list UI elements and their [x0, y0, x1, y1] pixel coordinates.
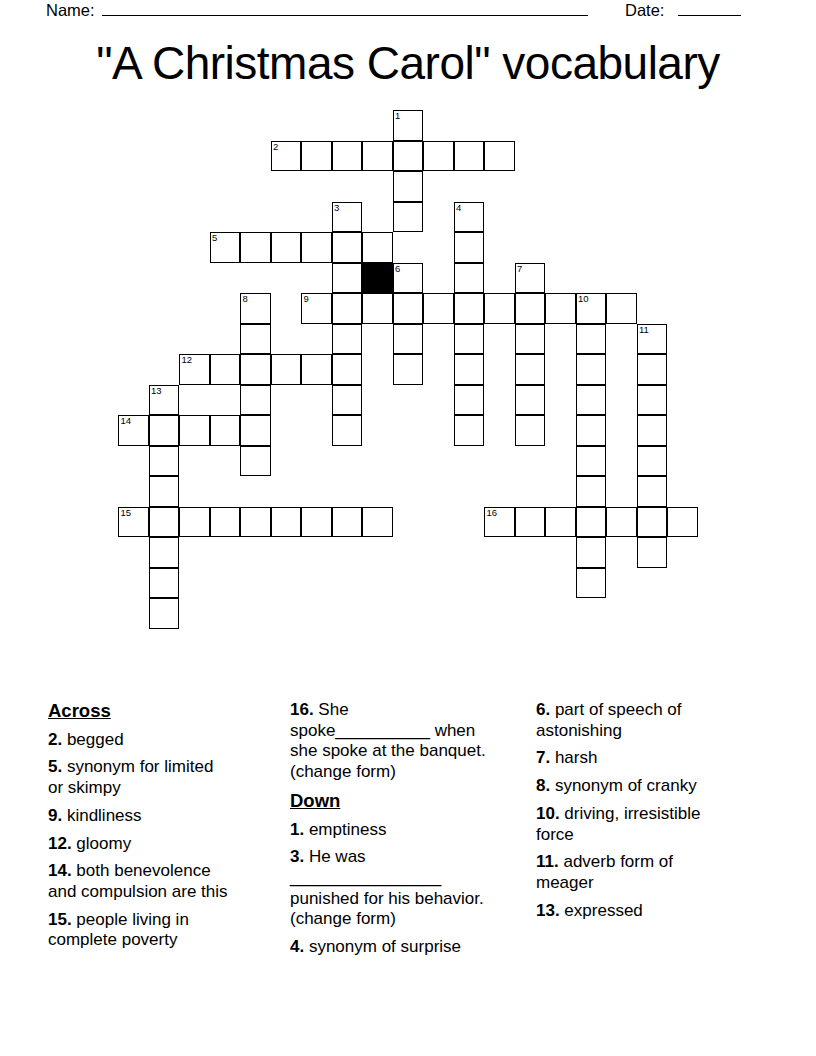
clue-text-down-3: He was ________________ punished for his… — [290, 847, 484, 928]
grid-cell-r6c14[interactable] — [545, 293, 576, 324]
grid-cell-r4c11[interactable] — [454, 232, 485, 263]
clue-label-down-6: 6. — [536, 700, 550, 719]
black-cell — [362, 263, 393, 294]
clue-down-10: 10. driving, irresistible force — [536, 804, 726, 845]
grid-cell-r5c9[interactable]: 6 — [393, 263, 424, 294]
grid-cell-r13c16[interactable] — [606, 507, 637, 538]
grid-cell-r8c2[interactable]: 12 — [179, 354, 210, 385]
grid-cell-r8c6[interactable] — [301, 354, 332, 385]
grid-cell-r1c8[interactable] — [362, 141, 393, 172]
clue-down-6: 6. part of speech of astonishing — [536, 700, 726, 741]
crossword-grid: 12345678910111213141516 — [118, 110, 698, 629]
clue-number-11: 11 — [639, 325, 649, 335]
clue-text-across-12: gloomy — [72, 834, 132, 853]
clue-down-4: 4. synonym of surprise — [290, 937, 490, 958]
clue-number-13: 13 — [151, 386, 162, 396]
grid-cell-r1c5[interactable]: 2 — [271, 141, 302, 172]
grid-cell-r1c6[interactable] — [301, 141, 332, 172]
grid-cell-r8c9[interactable] — [393, 354, 424, 385]
grid-cell-r10c17[interactable] — [637, 415, 668, 446]
clue-number-1: 1 — [395, 111, 400, 121]
clue-label-down-11: 11. — [536, 852, 559, 871]
clue-number-12: 12 — [182, 355, 193, 365]
clue-across-14: 14. both benevolence and compulsion are … — [48, 861, 232, 902]
grid-cell-r12c15[interactable] — [576, 476, 607, 507]
grid-cell-r6c12[interactable] — [484, 293, 515, 324]
clue-text-across-5: synonym for limited or skimpy — [48, 757, 213, 797]
grid-cell-r13c2[interactable] — [179, 507, 210, 538]
clue-label-across-12: 12. — [48, 834, 72, 853]
grid-cell-r7c17[interactable]: 11 — [637, 324, 668, 355]
grid-cell-r1c7[interactable] — [332, 141, 363, 172]
grid-cell-r5c13[interactable]: 7 — [515, 263, 546, 294]
grid-cell-r15c1[interactable] — [149, 568, 180, 599]
clue-across-9: 9. kindliness — [48, 806, 232, 827]
grid-cell-r6c13[interactable] — [515, 293, 546, 324]
grid-cell-r9c7[interactable] — [332, 385, 363, 416]
clue-down-3: 3. He was ________________ punished for … — [290, 847, 490, 930]
down-heading: Down — [290, 790, 490, 813]
clue-column-middle: 16. She spoke__________ when she spoke a… — [290, 700, 490, 965]
clue-label-down-1: 1. — [290, 820, 304, 839]
grid-cell-r6c7[interactable] — [332, 293, 363, 324]
grid-cell-r12c17[interactable] — [637, 476, 668, 507]
clue-label-down-3: 3. — [290, 847, 304, 866]
clue-number-3: 3 — [334, 203, 339, 213]
grid-cell-r8c11[interactable] — [454, 354, 485, 385]
grid-cell-r1c10[interactable] — [423, 141, 454, 172]
grid-cell-r13c17[interactable] — [637, 507, 668, 538]
clue-down-1: 1. emptiness — [290, 820, 490, 841]
grid-cell-r13c8[interactable] — [362, 507, 393, 538]
clue-label-down-13: 13. — [536, 901, 560, 920]
clue-down-11: 11. adverb form of meager — [536, 852, 726, 893]
grid-cell-r2c9[interactable] — [393, 171, 424, 202]
grid-cell-r10c4[interactable] — [240, 415, 271, 446]
grid-cell-r11c1[interactable] — [149, 446, 180, 477]
grid-cell-r13c6[interactable] — [301, 507, 332, 538]
clue-number-16: 16 — [487, 508, 498, 518]
grid-cell-r10c1[interactable] — [149, 415, 180, 446]
grid-cell-r6c15[interactable]: 10 — [576, 293, 607, 324]
grid-cell-r13c1[interactable] — [149, 507, 180, 538]
grid-cell-r12c1[interactable] — [149, 476, 180, 507]
clue-column-across: Across2. begged5. synonym for limited or… — [48, 700, 232, 958]
grid-cell-r8c13[interactable] — [515, 354, 546, 385]
grid-cell-r3c11[interactable]: 4 — [454, 202, 485, 233]
clue-text-down-6: part of speech of astonishing — [536, 700, 682, 740]
grid-cell-r6c16[interactable] — [606, 293, 637, 324]
grid-cell-r8c15[interactable] — [576, 354, 607, 385]
grid-cell-r6c9[interactable] — [393, 293, 424, 324]
grid-cell-r13c7[interactable] — [332, 507, 363, 538]
grid-cell-r9c4[interactable] — [240, 385, 271, 416]
grid-cell-r7c11[interactable] — [454, 324, 485, 355]
clue-text-across-16: She spoke__________ when she spoke at th… — [290, 700, 486, 781]
grid-cell-r13c3[interactable] — [210, 507, 241, 538]
clue-text-across-2: begged — [62, 730, 123, 749]
grid-cell-r7c9[interactable] — [393, 324, 424, 355]
date-fill-line[interactable] — [678, 1, 741, 16]
grid-cell-r13c14[interactable] — [545, 507, 576, 538]
across-heading: Across — [48, 700, 232, 723]
grid-cell-r10c2[interactable] — [179, 415, 210, 446]
grid-cell-r4c7[interactable] — [332, 232, 363, 263]
clue-text-across-14: both benevolence and compulsion are this — [48, 861, 228, 901]
grid-cell-r15c15[interactable] — [576, 568, 607, 599]
grid-cell-r16c1[interactable] — [149, 598, 180, 629]
grid-cell-r9c13[interactable] — [515, 385, 546, 416]
clue-number-7: 7 — [517, 264, 522, 274]
grid-cell-r1c12[interactable] — [484, 141, 515, 172]
clue-label-down-10: 10. — [536, 804, 560, 823]
grid-cell-r7c4[interactable] — [240, 324, 271, 355]
grid-cell-r10c15[interactable] — [576, 415, 607, 446]
grid-cell-r6c11[interactable] — [454, 293, 485, 324]
grid-cell-r6c6[interactable]: 9 — [301, 293, 332, 324]
grid-cell-r5c11[interactable] — [454, 263, 485, 294]
clue-label-across-2: 2. — [48, 730, 62, 749]
clue-label-down-7: 7. — [536, 748, 550, 767]
clue-across-12: 12. gloomy — [48, 834, 232, 855]
grid-cell-r3c9[interactable] — [393, 202, 424, 233]
grid-cell-r0c9[interactable]: 1 — [393, 110, 424, 141]
clue-number-5: 5 — [212, 233, 217, 243]
grid-cell-r6c4[interactable]: 8 — [240, 293, 271, 324]
grid-cell-r13c15[interactable] — [576, 507, 607, 538]
grid-cell-r10c3[interactable] — [210, 415, 241, 446]
clue-label-down-4: 4. — [290, 937, 304, 956]
clue-across-5: 5. synonym for limited or skimpy — [48, 757, 232, 798]
clue-number-9: 9 — [304, 294, 309, 304]
grid-cell-r4c8[interactable] — [362, 232, 393, 263]
clue-down-7: 7. harsh — [536, 748, 726, 769]
puzzle-title: "A Christmas Carol" vocabulary — [0, 36, 816, 90]
grid-cell-r9c17[interactable] — [637, 385, 668, 416]
clue-text-across-9: kindliness — [62, 806, 141, 825]
grid-cell-r8c3[interactable] — [210, 354, 241, 385]
grid-cell-r4c5[interactable] — [271, 232, 302, 263]
clue-number-8: 8 — [243, 294, 248, 304]
grid-cell-r4c3[interactable]: 5 — [210, 232, 241, 263]
grid-cell-r13c13[interactable] — [515, 507, 546, 538]
grid-cell-r10c13[interactable] — [515, 415, 546, 446]
grid-cell-r6c8[interactable] — [362, 293, 393, 324]
clue-label-across-14: 14. — [48, 861, 72, 880]
grid-cell-r8c4[interactable] — [240, 354, 271, 385]
grid-cell-r9c15[interactable] — [576, 385, 607, 416]
grid-cell-r14c17[interactable] — [637, 537, 668, 568]
grid-cell-r13c5[interactable] — [271, 507, 302, 538]
grid-cell-r13c0[interactable]: 15 — [118, 507, 149, 538]
grid-cell-r11c4[interactable] — [240, 446, 271, 477]
clue-column-down: 6. part of speech of astonishing7. harsh… — [536, 700, 726, 929]
clue-number-4: 4 — [456, 203, 461, 213]
grid-cell-r7c15[interactable] — [576, 324, 607, 355]
grid-cell-r11c15[interactable] — [576, 446, 607, 477]
crossword-worksheet-page: Name: Date: "A Christmas Carol" vocabula… — [0, 0, 816, 1056]
clue-across-15: 15. people living in complete poverty — [48, 910, 232, 951]
clue-down-8: 8. synonym of cranky — [536, 776, 726, 797]
grid-cell-r1c11[interactable] — [454, 141, 485, 172]
grid-cell-r3c7[interactable]: 3 — [332, 202, 363, 233]
grid-cell-r10c7[interactable] — [332, 415, 363, 446]
grid-cell-r7c7[interactable] — [332, 324, 363, 355]
grid-cell-r13c18[interactable] — [667, 507, 698, 538]
clue-number-10: 10 — [578, 294, 589, 304]
grid-cell-r1c9[interactable] — [393, 141, 424, 172]
clue-label-across-16: 16. — [290, 700, 314, 719]
clue-across-2: 2. begged — [48, 730, 232, 751]
clue-label-across-5: 5. — [48, 757, 62, 776]
name-fill-line[interactable] — [102, 1, 588, 16]
grid-cell-r8c17[interactable] — [637, 354, 668, 385]
grid-cell-r8c7[interactable] — [332, 354, 363, 385]
clue-label-down-8: 8. — [536, 776, 550, 795]
grid-cell-r8c5[interactable] — [271, 354, 302, 385]
grid-cell-r10c0[interactable]: 14 — [118, 415, 149, 446]
grid-cell-r11c17[interactable] — [637, 446, 668, 477]
grid-cell-r7c13[interactable] — [515, 324, 546, 355]
clue-text-down-8: synonym of cranky — [550, 776, 696, 795]
clue-text-down-4: synonym of surprise — [304, 937, 461, 956]
grid-cell-r14c1[interactable] — [149, 537, 180, 568]
name-label: Name: — [46, 1, 95, 19]
grid-cell-r13c12[interactable]: 16 — [484, 507, 515, 538]
grid-cell-r13c4[interactable] — [240, 507, 271, 538]
grid-cell-r9c1[interactable]: 13 — [149, 385, 180, 416]
clue-label-across-9: 9. — [48, 806, 62, 825]
clue-number-6: 6 — [395, 264, 400, 274]
clue-text-down-13: expressed — [560, 901, 643, 920]
date-label: Date: — [625, 1, 664, 19]
grid-cell-r14c15[interactable] — [576, 537, 607, 568]
grid-cell-r4c4[interactable] — [240, 232, 271, 263]
grid-cell-r10c11[interactable] — [454, 415, 485, 446]
grid-cell-r4c6[interactable] — [301, 232, 332, 263]
clue-label-across-15: 15. — [48, 910, 72, 929]
clue-text-down-7: harsh — [550, 748, 597, 767]
clue-across-16: 16. She spoke__________ when she spoke a… — [290, 700, 490, 783]
clue-down-13: 13. expressed — [536, 901, 726, 922]
clue-text-down-1: emptiness — [304, 820, 386, 839]
clue-number-15: 15 — [121, 508, 132, 518]
clue-text-down-10: driving, irresistible force — [536, 804, 700, 844]
clue-number-14: 14 — [121, 416, 132, 426]
clue-number-2: 2 — [273, 142, 278, 152]
grid-cell-r9c11[interactable] — [454, 385, 485, 416]
grid-cell-r5c7[interactable] — [332, 263, 363, 294]
grid-cell-r6c10[interactable] — [423, 293, 454, 324]
